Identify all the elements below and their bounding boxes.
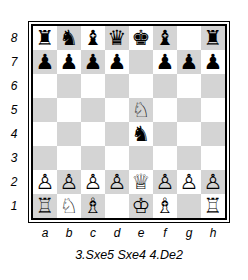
square-g4[interactable]: [177, 122, 201, 146]
square-f3[interactable]: [153, 146, 177, 170]
square-c7[interactable]: ♟: [81, 50, 105, 74]
square-e4[interactable]: ♞: [129, 122, 153, 146]
square-g3[interactable]: [177, 146, 201, 170]
square-d7[interactable]: ♟: [105, 50, 129, 74]
square-c3[interactable]: [81, 146, 105, 170]
square-e8[interactable]: ♚: [129, 26, 153, 50]
square-b8[interactable]: ♞: [57, 26, 81, 50]
piece-wb-f1[interactable]: ♗: [156, 194, 175, 218]
square-a4[interactable]: [33, 122, 57, 146]
square-d6[interactable]: [105, 74, 129, 98]
square-c4[interactable]: [81, 122, 105, 146]
piece-wp-g2[interactable]: ♙: [180, 170, 199, 194]
square-g7[interactable]: ♟: [177, 50, 201, 74]
file-label-f: f: [153, 226, 177, 240]
piece-bp-f7[interactable]: ♟: [156, 50, 175, 74]
piece-bb-c8[interactable]: ♝: [84, 26, 103, 50]
square-a1[interactable]: ♖: [33, 194, 57, 218]
piece-wq-e2[interactable]: ♕: [132, 170, 151, 194]
square-h3[interactable]: [201, 146, 225, 170]
piece-bp-c7[interactable]: ♟: [84, 50, 103, 74]
square-e2[interactable]: ♕: [129, 170, 153, 194]
square-b7[interactable]: ♟: [57, 50, 81, 74]
square-g1[interactable]: [177, 194, 201, 218]
piece-wk-e1[interactable]: ♔: [132, 194, 151, 218]
piece-wp-d2[interactable]: ♙: [108, 170, 127, 194]
square-a8[interactable]: ♜: [33, 26, 57, 50]
square-c8[interactable]: ♝: [81, 26, 105, 50]
square-h6[interactable]: [201, 74, 225, 98]
chess-board: ♜♞♝♛♚♝♜♟♟♟♟♟♟♟♘♞♙♙♙♙♕♙♙♙♖♘♗♔♗♖: [33, 26, 225, 218]
piece-bp-a7[interactable]: ♟: [36, 50, 55, 74]
piece-bp-d7[interactable]: ♟: [108, 50, 127, 74]
file-label-e: e: [129, 226, 153, 240]
square-e3[interactable]: [129, 146, 153, 170]
square-g8[interactable]: [177, 26, 201, 50]
square-a5[interactable]: [33, 98, 57, 122]
piece-bn-b8[interactable]: ♞: [60, 26, 79, 50]
square-f1[interactable]: ♗: [153, 194, 177, 218]
piece-bp-h7[interactable]: ♟: [204, 50, 223, 74]
square-b6[interactable]: [57, 74, 81, 98]
square-h8[interactable]: ♜: [201, 26, 225, 50]
piece-wr-a1[interactable]: ♖: [36, 194, 55, 218]
square-d3[interactable]: [105, 146, 129, 170]
rank-label-2: 2: [0, 170, 28, 194]
piece-wp-c2[interactable]: ♙: [84, 170, 103, 194]
piece-br-h8[interactable]: ♜: [204, 26, 223, 50]
square-e7[interactable]: [129, 50, 153, 74]
square-d8[interactable]: ♛: [105, 26, 129, 50]
square-b2[interactable]: ♙: [57, 170, 81, 194]
square-d4[interactable]: [105, 122, 129, 146]
piece-bk-e8[interactable]: ♚: [132, 26, 151, 50]
piece-br-a8[interactable]: ♜: [36, 26, 55, 50]
file-label-h: h: [201, 226, 225, 240]
square-g2[interactable]: ♙: [177, 170, 201, 194]
square-b3[interactable]: [57, 146, 81, 170]
piece-wr-h1[interactable]: ♖: [204, 194, 223, 218]
square-f2[interactable]: ♙: [153, 170, 177, 194]
square-d2[interactable]: ♙: [105, 170, 129, 194]
piece-bb-f8[interactable]: ♝: [156, 26, 175, 50]
rank-label-8: 8: [0, 26, 28, 50]
square-g5[interactable]: [177, 98, 201, 122]
square-h7[interactable]: ♟: [201, 50, 225, 74]
board-border-outer: ♜♞♝♛♚♝♜♟♟♟♟♟♟♟♘♞♙♙♙♙♕♙♙♙♖♘♗♔♗♖: [28, 21, 230, 223]
square-g6[interactable]: [177, 74, 201, 98]
rank-label-7: 7: [0, 50, 28, 74]
piece-wb-c1[interactable]: ♗: [84, 194, 103, 218]
piece-wp-a2[interactable]: ♙: [36, 170, 55, 194]
square-a6[interactable]: [33, 74, 57, 98]
move-caption: 3.Sxe5 Sxe4 4.De2: [28, 248, 230, 262]
board-area: 87654321 ♜♞♝♛♚♝♜♟♟♟♟♟♟♟♘♞♙♙♙♙♕♙♙♙♖♘♗♔♗♖: [0, 0, 248, 223]
file-label-d: d: [105, 226, 129, 240]
piece-wp-f2[interactable]: ♙: [156, 170, 175, 194]
piece-bq-d8[interactable]: ♛: [108, 26, 127, 50]
square-c5[interactable]: [81, 98, 105, 122]
piece-bn-e4[interactable]: ♞: [132, 122, 151, 146]
square-f5[interactable]: [153, 98, 177, 122]
rank-label-1: 1: [0, 194, 28, 218]
piece-wp-h2[interactable]: ♙: [204, 170, 223, 194]
square-b1[interactable]: ♘: [57, 194, 81, 218]
piece-bp-g7[interactable]: ♟: [180, 50, 199, 74]
square-d1[interactable]: [105, 194, 129, 218]
square-h2[interactable]: ♙: [201, 170, 225, 194]
square-a3[interactable]: [33, 146, 57, 170]
file-labels: abcdefgh: [33, 226, 248, 240]
rank-label-6: 6: [0, 74, 28, 98]
square-e5[interactable]: ♘: [129, 98, 153, 122]
square-h4[interactable]: [201, 122, 225, 146]
square-a2[interactable]: ♙: [33, 170, 57, 194]
board-border-inner: ♜♞♝♛♚♝♜♟♟♟♟♟♟♟♘♞♙♙♙♙♕♙♙♙♖♘♗♔♗♖: [31, 24, 227, 220]
piece-wn-b1[interactable]: ♘: [60, 194, 79, 218]
piece-wp-b2[interactable]: ♙: [60, 170, 79, 194]
file-label-a: a: [33, 226, 57, 240]
square-c2[interactable]: ♙: [81, 170, 105, 194]
file-label-c: c: [81, 226, 105, 240]
square-h5[interactable]: [201, 98, 225, 122]
square-a7[interactable]: ♟: [33, 50, 57, 74]
square-c6[interactable]: [81, 74, 105, 98]
square-h1[interactable]: ♖: [201, 194, 225, 218]
square-e6[interactable]: [129, 74, 153, 98]
piece-wn-e5[interactable]: ♘: [132, 98, 151, 122]
square-f8[interactable]: ♝: [153, 26, 177, 50]
piece-bp-b7[interactable]: ♟: [60, 50, 79, 74]
rank-label-3: 3: [0, 146, 28, 170]
square-f7[interactable]: ♟: [153, 50, 177, 74]
square-d5[interactable]: [105, 98, 129, 122]
square-f4[interactable]: [153, 122, 177, 146]
square-e1[interactable]: ♔: [129, 194, 153, 218]
square-c1[interactable]: ♗: [81, 194, 105, 218]
rank-label-5: 5: [0, 98, 28, 122]
square-f6[interactable]: [153, 74, 177, 98]
rank-labels: 87654321: [0, 21, 28, 218]
square-b4[interactable]: [57, 122, 81, 146]
chess-diagram: 87654321 ♜♞♝♛♚♝♜♟♟♟♟♟♟♟♘♞♙♙♙♙♕♙♙♙♖♘♗♔♗♖ …: [0, 0, 248, 280]
square-b5[interactable]: [57, 98, 81, 122]
file-label-b: b: [57, 226, 81, 240]
file-label-g: g: [177, 226, 201, 240]
rank-label-4: 4: [0, 122, 28, 146]
